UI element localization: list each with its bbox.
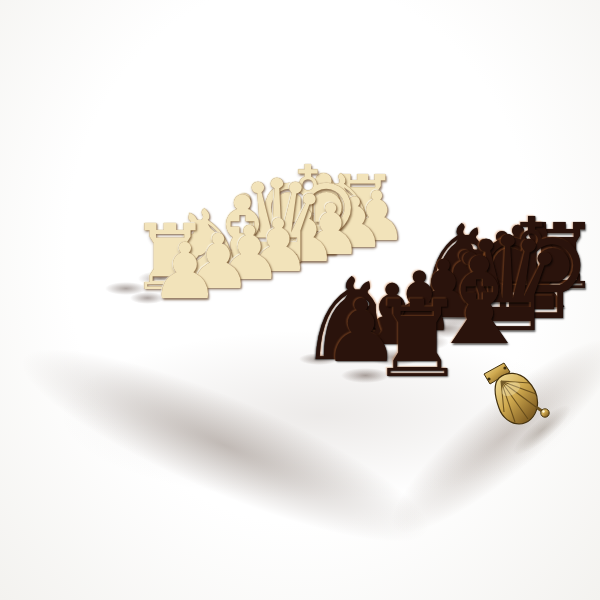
label-rank-7-right: 7 [349, 228, 385, 239]
square-e6 [270, 262, 318, 279]
square-b8 [137, 271, 190, 289]
square-c8 [170, 263, 221, 280]
label-rank-3-left: 3 [199, 347, 276, 378]
piece-shadow [414, 319, 474, 339]
square-h5 [366, 247, 409, 261]
square-g4 [374, 259, 426, 276]
label-file-b-far: B [120, 264, 166, 279]
label-rank-4-right: 4 [416, 248, 457, 261]
piece-shadow [252, 238, 298, 253]
playing-area-frame-far [96, 226, 412, 332]
piece-shadow [196, 273, 230, 284]
label-rank-7-left: 7 [87, 301, 139, 320]
label-file-e-far: E [212, 241, 253, 254]
square-a5 [165, 309, 224, 332]
square-b6 [178, 289, 233, 309]
square-b2 [317, 330, 391, 360]
piece-shadow [105, 282, 147, 295]
piece-shadow [495, 281, 537, 294]
label-file-f: F [503, 310, 552, 330]
square-e1 [439, 307, 498, 331]
square-e3 [363, 285, 422, 306]
chess-set-photo: 88776655ABCDEFGH 44332211ABCDEFGH ♜♞ [0, 0, 600, 600]
square-a7 [122, 289, 179, 309]
label-file-a: A [385, 379, 456, 413]
label-rank-4-left: 4 [155, 331, 232, 360]
box-side-left-near [150, 345, 398, 499]
clasp-screw [503, 366, 506, 369]
piece-shadow [409, 299, 445, 311]
square-b3 [274, 316, 348, 344]
label-rank-2-right: 2 [479, 265, 520, 279]
square-h2 [460, 271, 509, 288]
piece-shadow [299, 353, 339, 366]
piece-shadow [328, 234, 360, 244]
square-a4 [195, 316, 275, 345]
label-rank-5-left: 5 [130, 322, 184, 344]
label-rank-8-right: 8 [330, 222, 366, 233]
square-c5 [233, 288, 286, 308]
label-rank-2-left: 2 [246, 363, 323, 397]
piece-shadow [279, 232, 321, 245]
square-c3 [307, 305, 375, 330]
piece-shadow [430, 289, 465, 300]
wood-grain [44, 216, 430, 345]
square-h6 [345, 240, 388, 254]
square-b5 [200, 298, 256, 319]
square-d1 [416, 318, 479, 344]
piece-shadow [254, 256, 287, 267]
fold-seam [150, 247, 434, 347]
label-rank-8-left: 8 [67, 291, 118, 309]
box-side-left-far [44, 291, 150, 401]
lighting-overlay-far [44, 216, 430, 345]
square-g7 [301, 240, 345, 254]
square-d8 [200, 255, 249, 271]
piece-shadow [448, 280, 483, 291]
square-h8 [305, 228, 347, 241]
square-g8 [281, 234, 324, 247]
square-h7 [325, 234, 367, 247]
square-a1 [328, 360, 408, 396]
pieces-layer: ♜♞♝♛♚♝♞♜♟♟♟♟♟♟♟♟♟♟♟♟♟♟♟♟♜♞♝♛♚♝♞♜ [0, 0, 600, 600]
square-g3 [407, 269, 459, 287]
square-a3 [237, 330, 317, 361]
square-e7 [249, 255, 297, 271]
clasp-screw [487, 377, 490, 380]
label-rank-1-left: 1 [295, 380, 372, 416]
label-file-f-far: F [239, 234, 278, 246]
square-f7 [276, 247, 322, 262]
square-e2 [400, 296, 459, 318]
piece-shadow [387, 310, 424, 322]
label-file-g-far: G [264, 228, 302, 239]
square-c7 [190, 271, 242, 289]
board-top-far-half: 88776655ABCDEFGH [44, 216, 430, 345]
square-f8 [256, 240, 301, 254]
square-f2 [422, 287, 478, 307]
square-a6 [143, 299, 201, 321]
piece-shadow [457, 297, 509, 314]
square-f3 [386, 276, 442, 295]
label-file-e: E [485, 321, 537, 343]
piece-shadow [465, 272, 499, 283]
clasp-knob-highlight [542, 410, 544, 412]
label-file-c-far: C [153, 256, 197, 270]
label-file-a-far: A [85, 273, 133, 289]
label-file-h-far: H [288, 222, 324, 233]
squares-far [101, 228, 409, 332]
square-d2 [376, 306, 439, 331]
coordinate-labels-far: 88776655ABCDEFGH [44, 216, 430, 345]
square-f4 [352, 267, 408, 285]
fold-seam-far-edge [148, 246, 430, 345]
label-rank-6-right: 6 [370, 235, 406, 247]
piece-shadow [477, 288, 524, 303]
square-b1 [362, 344, 436, 376]
square-f6 [297, 254, 343, 270]
piece-shadow [369, 349, 421, 366]
square-d4 [299, 283, 362, 305]
square-c2 [348, 317, 416, 344]
clasp-knob [541, 409, 549, 417]
square-e4 [327, 274, 386, 294]
square-c1 [391, 330, 459, 359]
square-c4 [269, 293, 337, 317]
brass-clasp [478, 360, 562, 440]
piece-shadow [194, 252, 247, 269]
square-f5 [318, 262, 365, 278]
label-file-d: D [465, 333, 521, 358]
square-g2 [442, 278, 494, 297]
square-d3 [337, 294, 400, 317]
piece-shadow [305, 241, 337, 251]
square-d7 [221, 262, 271, 279]
label-file-h: H [534, 291, 577, 308]
piece-shadow [138, 271, 183, 286]
square-h3 [426, 262, 476, 279]
square-g5 [343, 254, 388, 269]
piece-shadow [305, 226, 342, 238]
square-d6 [242, 270, 292, 288]
square-b7 [157, 280, 211, 299]
label-file-d-far: D [184, 248, 226, 261]
square-g6 [322, 247, 367, 262]
board-cast-shadow-left [4, 316, 446, 575]
piece-shadow [130, 292, 165, 303]
piece-shadow [432, 306, 496, 327]
square-e8 [229, 247, 276, 262]
piece-shadow [280, 248, 312, 259]
piece-shadow [393, 333, 448, 351]
piece-shadow [361, 323, 399, 335]
square-e5 [292, 270, 341, 287]
square-g1 [478, 288, 530, 308]
square-f1 [459, 297, 515, 319]
square-a2 [281, 345, 361, 379]
label-rank-6-left: 6 [108, 311, 161, 331]
square-h1 [494, 280, 543, 298]
piece-shadow [332, 337, 371, 349]
piece-shadow [226, 264, 260, 275]
square-a8 [101, 280, 157, 299]
piece-shadow [220, 243, 277, 261]
piece-shadow [341, 368, 390, 384]
piece-shadow [164, 282, 199, 293]
square-c6 [211, 279, 264, 298]
square-b4 [234, 303, 307, 329]
label-rank-5-right: 5 [391, 241, 428, 253]
label-rank-3-right: 3 [447, 256, 488, 270]
square-h4 [394, 253, 444, 269]
label-file-g: G [520, 300, 566, 319]
square-d5 [264, 279, 315, 297]
label-file-b: B [415, 362, 480, 393]
label-rank-1-right: 1 [512, 273, 553, 288]
piece-shadow [167, 261, 215, 277]
